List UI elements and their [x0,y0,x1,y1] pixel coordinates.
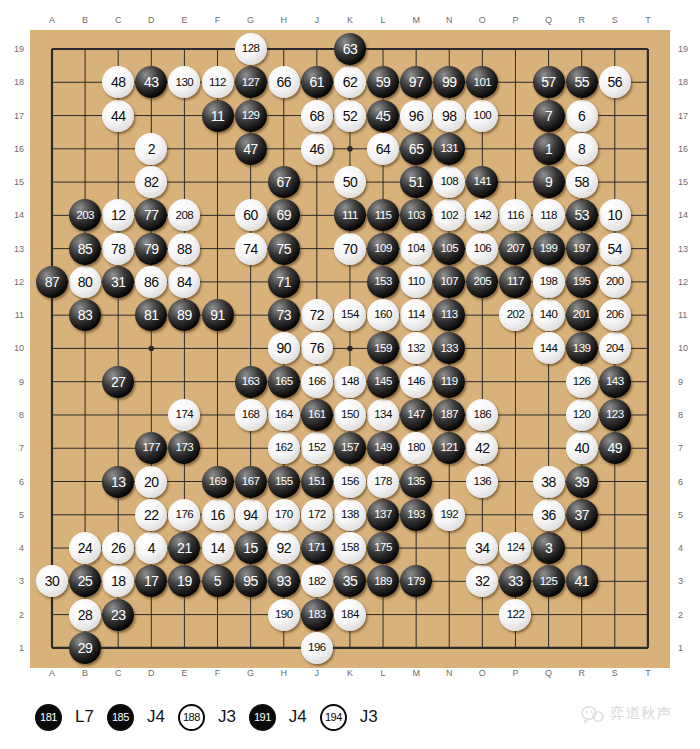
stone-number: 184 [341,609,359,621]
column-label-top: K [340,15,360,25]
stone-black-7: 7 [533,100,565,132]
stone-white-8: 8 [566,133,598,165]
column-label-bottom: Q [539,668,559,678]
row-label-right: 17 [678,111,700,121]
stone-number: 71 [276,275,291,289]
stone-black-195: 195 [566,266,598,298]
row-label-left: 19 [2,44,24,54]
column-label-top: D [141,15,161,25]
column-label-bottom: T [638,668,658,678]
stone-white-176: 176 [168,499,200,531]
row-label-right: 14 [678,210,700,220]
stone-number: 142 [474,210,492,222]
stone-number: 4 [148,541,155,555]
stone-number: 119 [441,376,458,388]
stone-black-161: 161 [301,399,333,431]
stone-number: 147 [407,409,425,421]
stone-number: 22 [144,508,159,522]
stone-white-206: 206 [599,299,631,331]
column-label-top: H [274,15,294,25]
stone-black-135: 135 [400,466,432,498]
stone-number: 204 [606,343,624,355]
stone-black-3: 3 [533,532,565,564]
stone-number: 48 [111,75,126,89]
stone-number: 55 [574,75,589,89]
stone-white-200: 200 [599,266,631,298]
stone-number: 40 [574,441,589,455]
row-label-left: 16 [2,144,24,154]
stone-number: 162 [275,442,293,454]
stone-number: 81 [144,308,159,322]
stone-number: 139 [573,343,591,355]
stone-white-166: 166 [301,366,333,398]
stone-black-197: 197 [566,233,598,265]
row-label-right: 2 [678,610,700,620]
caption-coordinate: J4 [147,707,165,727]
row-label-left: 10 [2,343,24,353]
stone-white-158: 158 [334,532,366,564]
stone-number: 187 [440,409,458,421]
stone-black-147: 147 [400,399,432,431]
stone-number: 110 [408,276,425,288]
stone-black-91: 91 [202,299,234,331]
stone-number: 135 [407,476,425,488]
stone-number: 143 [606,376,624,388]
stone-number: 38 [541,475,556,489]
stone-number: 111 [342,210,358,222]
stone-number: 42 [475,441,490,455]
stone-number: 164 [275,409,293,421]
stone-white-204: 204 [599,332,631,364]
stone-number: 8 [578,142,585,156]
stone-number: 65 [409,142,424,156]
stone-number: 74 [243,242,258,256]
row-label-right: 16 [678,144,700,154]
stone-black-39: 39 [566,466,598,498]
stone-black-55: 55 [566,66,598,98]
row-label-left: 1 [2,643,24,653]
stone-number: 86 [144,275,159,289]
stone-black-31: 31 [102,266,134,298]
stone-black-105: 105 [433,233,465,265]
stone-number: 167 [242,476,260,488]
row-label-left: 18 [2,77,24,87]
stone-white-96: 96 [400,100,432,132]
stone-number: 137 [374,509,392,521]
stone-number: 36 [541,508,556,522]
stone-white-136: 136 [466,466,498,498]
stone-number: 174 [176,409,194,421]
stone-number: 76 [310,341,325,355]
row-label-right: 9 [678,377,700,387]
row-label-right: 6 [678,477,700,487]
stone-white-170: 170 [268,499,300,531]
stone-number: 67 [276,175,291,189]
stone-number: 10 [607,208,622,222]
column-label-bottom: S [605,668,625,678]
stone-white-140: 140 [533,299,565,331]
stone-black-139: 139 [566,332,598,364]
stone-number: 127 [242,77,260,89]
stone-black-69: 69 [268,199,300,231]
row-label-left: 8 [2,410,24,420]
watermark-text: 弈道秋声 [610,704,672,723]
stone-black-41: 41 [566,565,598,597]
stone-number: 72 [310,308,325,322]
stone-white-72: 72 [301,299,333,331]
stone-white-2: 2 [135,133,167,165]
stone-number: 122 [507,609,525,621]
stone-black-127: 127 [235,66,267,98]
stone-number: 145 [374,376,392,388]
stone-number: 90 [276,341,291,355]
stone-black-9: 9 [533,166,565,198]
stone-black-75: 75 [268,233,300,265]
stone-white-92: 92 [268,532,300,564]
stone-number: 77 [144,208,159,222]
caption-coordinate: L7 [75,707,94,727]
stone-number: 30 [45,574,60,588]
stone-number: 31 [111,275,126,289]
stone-number: 107 [440,276,458,288]
stone-black-53: 53 [566,199,598,231]
stone-number: 79 [144,242,159,256]
column-label-bottom: P [505,668,525,678]
stone-white-54: 54 [599,233,631,265]
stone-number: 180 [407,442,425,454]
stone-white-190: 190 [268,599,300,631]
stone-number: 60 [243,208,258,222]
stone-white-52: 52 [334,100,366,132]
stone-number: 26 [111,541,126,555]
column-label-top: E [174,15,194,25]
stone-number: 99 [442,75,457,89]
stone-number: 103 [407,210,425,222]
stone-black-169: 169 [202,466,234,498]
stone-number: 101 [474,77,492,89]
stone-black-129: 129 [235,100,267,132]
stone-number: 200 [606,276,624,288]
stone-white-28: 28 [69,599,101,631]
row-label-right: 4 [678,543,700,553]
stone-black-207: 207 [499,233,531,265]
stone-black-109: 109 [367,233,399,265]
stone-number: 100 [474,110,492,122]
stone-number: 134 [374,409,392,421]
row-label-left: 2 [2,610,24,620]
stone-number: 49 [607,441,622,455]
column-label-top: N [439,15,459,25]
stone-number: 179 [407,576,425,588]
stone-number: 82 [144,175,159,189]
column-label-top: T [638,15,658,25]
stone-white-120: 120 [566,399,598,431]
stone-black-61: 61 [301,66,333,98]
column-label-top: G [241,15,261,25]
stone-number: 130 [176,77,194,89]
stone-number: 109 [374,243,392,255]
stone-number: 20 [144,475,159,489]
stone-black-47: 47 [235,133,267,165]
stone-white-62: 62 [334,66,366,98]
stone-number: 196 [308,642,326,654]
caption-coordinate: J4 [289,707,307,727]
row-label-right: 10 [678,343,700,353]
stone-number: 177 [142,442,160,454]
stone-number: 35 [343,574,358,588]
stone-number: 161 [308,409,326,421]
stone-number: 33 [508,574,523,588]
stone-white-50: 50 [334,166,366,198]
row-label-right: 5 [678,510,700,520]
stone-number: 148 [341,376,359,388]
stone-black-27: 27 [102,366,134,398]
stone-number: 68 [310,109,325,123]
stone-number: 102 [440,210,458,222]
stone-number: 6 [578,109,585,123]
stone-black-119: 119 [433,366,465,398]
stone-number: 144 [540,343,558,355]
caption-stone-white: 194 [320,704,347,731]
stone-number: 192 [440,509,458,521]
stone-number: 1 [545,142,552,156]
row-label-right: 12 [678,277,700,287]
stone-number: 198 [540,276,558,288]
stone-number: 104 [407,243,425,255]
stone-number: 12 [111,208,126,222]
stone-number: 18 [111,574,126,588]
stone-white-164: 164 [268,399,300,431]
stone-number: 129 [242,110,260,122]
column-label-bottom: D [141,668,161,678]
stone-number: 156 [341,476,359,488]
stone-number: 27 [111,375,126,389]
stone-white-20: 20 [135,466,167,498]
row-label-left: 7 [2,443,24,453]
stone-number: 133 [440,343,458,355]
stone-white-100: 100 [466,100,498,132]
stone-white-178: 178 [367,466,399,498]
stone-number: 105 [440,243,458,255]
column-label-bottom: J [307,668,327,678]
stone-number: 53 [574,208,589,222]
stone-number: 11 [211,109,225,123]
row-label-right: 11 [678,310,700,320]
stone-black-29: 29 [69,632,101,664]
caption-coordinate: J3 [360,707,378,727]
stone-white-146: 146 [400,366,432,398]
column-label-bottom: N [439,668,459,678]
stone-number: 95 [243,574,258,588]
stone-black-171: 171 [301,532,333,564]
stone-black-137: 137 [367,499,399,531]
stone-number: 165 [275,376,293,388]
stone-number: 173 [176,442,194,454]
stone-white-122: 122 [499,599,531,631]
row-label-left: 9 [2,377,24,387]
stone-number: 69 [276,208,291,222]
stone-number: 172 [308,509,326,521]
stone-number: 186 [474,409,492,421]
stone-white-98: 98 [433,100,465,132]
stone-number: 140 [540,309,558,321]
row-label-left: 5 [2,510,24,520]
row-label-left: 3 [2,576,24,586]
column-label-top: B [75,15,95,25]
watermark-logo-icon [581,705,605,723]
stone-black-45: 45 [367,100,399,132]
stone-number: 155 [275,476,293,488]
stone-black-205: 205 [466,266,498,298]
row-label-left: 17 [2,111,24,121]
stone-black-71: 71 [268,266,300,298]
column-label-top: A [42,15,62,25]
stone-black-193: 193 [400,499,432,531]
stone-number: 120 [573,409,591,421]
stone-white-78: 78 [102,233,134,265]
stone-white-196: 196 [301,632,333,664]
stone-number: 32 [475,574,490,588]
stone-white-44: 44 [102,100,134,132]
stone-white-110: 110 [400,266,432,298]
stone-number: 7 [545,109,552,123]
column-label-bottom: M [406,668,426,678]
stone-number: 176 [176,509,194,521]
row-label-left: 14 [2,210,24,220]
stone-black-87: 87 [36,266,68,298]
stone-number: 13 [111,475,126,489]
column-label-bottom: F [208,668,228,678]
stone-number: 34 [475,541,490,555]
stone-white-134: 134 [367,399,399,431]
stone-number: 178 [374,476,392,488]
stone-white-94: 94 [235,499,267,531]
stone-number: 93 [276,574,291,588]
column-label-bottom: A [42,668,62,678]
column-label-top: R [572,15,592,25]
column-label-top: Q [539,15,559,25]
stone-number: 17 [144,574,159,588]
stone-black-157: 157 [334,432,366,464]
stone-number: 136 [474,476,492,488]
stone-number: 43 [144,75,159,89]
stone-number: 28 [78,608,93,622]
go-kifu-diagram: 1234567891011121314151617181920212223242… [0,0,700,749]
stone-white-154: 154 [334,299,366,331]
stone-black-107: 107 [433,266,465,298]
stone-number: 166 [308,376,326,388]
stone-number: 21 [177,541,192,555]
stone-black-11: 11 [202,100,234,132]
go-board: 1234567891011121314151617181920212223242… [30,30,670,668]
stone-number: 97 [409,75,424,89]
stone-number: 205 [474,276,492,288]
column-label-top: O [472,15,492,25]
stone-number: 118 [540,210,557,222]
stone-white-10: 10 [599,199,631,231]
column-label-top: L [373,15,393,25]
stone-white-14: 14 [202,532,234,564]
stone-white-184: 184 [334,599,366,631]
stone-number: 125 [540,576,558,588]
stone-number: 80 [78,275,93,289]
stone-black-1: 1 [533,133,565,165]
caption: 181L7185J4188J3191J4194J3 [35,703,378,731]
stone-number: 115 [375,210,392,222]
column-label-bottom: L [373,668,393,678]
stone-number: 47 [243,142,258,156]
stone-black-143: 143 [599,366,631,398]
stone-black-131: 131 [433,133,465,165]
stone-number: 62 [343,75,358,89]
stone-white-16: 16 [202,499,234,531]
stone-black-123: 123 [599,399,631,431]
column-label-top: J [307,15,327,25]
stone-white-40: 40 [566,432,598,464]
column-label-bottom: R [572,668,592,678]
stone-white-106: 106 [466,233,498,265]
stone-number: 203 [76,210,94,222]
stone-number: 168 [242,409,260,421]
stone-white-36: 36 [533,499,565,531]
stone-white-168: 168 [235,399,267,431]
stone-black-49: 49 [599,432,631,464]
stone-white-192: 192 [433,499,465,531]
column-label-top: F [208,15,228,25]
stone-black-95: 95 [235,565,267,597]
stone-black-37: 37 [566,499,598,531]
stone-number: 131 [440,143,458,155]
stone-white-112: 112 [202,66,234,98]
stone-number: 121 [440,442,458,454]
stone-number: 114 [408,309,425,321]
stone-number: 206 [606,309,624,321]
stone-number: 88 [177,242,192,256]
stone-number: 146 [407,376,425,388]
stone-white-74: 74 [235,233,267,265]
stone-black-201: 201 [566,299,598,331]
stone-number: 25 [78,574,93,588]
stone-number: 51 [409,175,424,189]
stone-black-151: 151 [301,466,333,498]
stone-number: 46 [310,142,325,156]
stone-number: 195 [573,276,591,288]
stone-number: 19 [177,574,192,588]
stone-white-162: 162 [268,432,300,464]
stone-white-86: 86 [135,266,167,298]
stone-number: 157 [341,442,359,454]
stone-white-104: 104 [400,233,432,265]
row-label-right: 15 [678,177,700,187]
column-label-bottom: H [274,668,294,678]
column-label-bottom: E [174,668,194,678]
stone-number: 132 [407,343,425,355]
stone-number: 163 [242,376,260,388]
stone-black-167: 167 [235,466,267,498]
column-label-top: C [108,15,128,25]
stone-white-64: 64 [367,133,399,165]
stone-number: 3 [545,541,552,555]
stone-black-63: 63 [334,33,366,65]
stone-number: 112 [209,77,226,89]
stone-number: 150 [341,409,359,421]
stone-white-118: 118 [533,199,565,231]
stone-number: 14 [210,541,225,555]
stone-number: 91 [210,308,225,322]
column-label-bottom: G [241,668,261,678]
stone-number: 113 [441,309,458,321]
stone-black-15: 15 [235,532,267,564]
